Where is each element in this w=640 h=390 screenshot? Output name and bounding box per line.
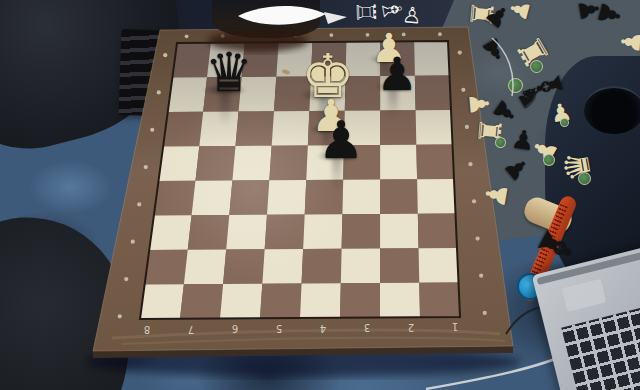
- green-felt-base: [508, 78, 523, 93]
- green-felt-base: [560, 118, 569, 127]
- green-felt-base: [578, 172, 591, 185]
- cup-opening: [584, 86, 640, 134]
- green-felt-base: [530, 60, 543, 73]
- scattered-piece: ♟: [617, 29, 640, 54]
- green-felt-base: [495, 137, 506, 148]
- black-slatted-object: [119, 29, 186, 117]
- logo-case: [212, 0, 320, 38]
- green-felt-base: [543, 154, 555, 166]
- photo-chessboard-scene: 87654321 ♜♟♟♟♟♟♜♟♝♞♟♟♟♜♟♟♛♟♟♝♟♖♗♙ ♛♚♟♟♟♟: [0, 0, 640, 390]
- scattered-piece: ♟: [481, 180, 513, 210]
- laptop-trackpad: [562, 279, 607, 312]
- scattered-piece: ♛: [558, 148, 597, 184]
- laptop-keys: [561, 304, 640, 390]
